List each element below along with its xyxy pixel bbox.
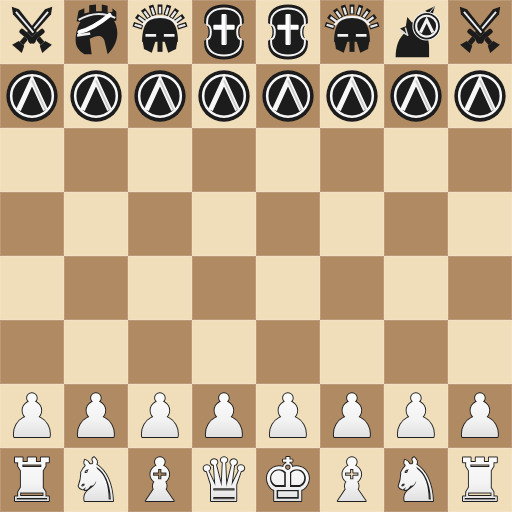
square-f3[interactable] — [320, 320, 384, 384]
svg-text:♜: ♜ — [5, 445, 59, 512]
piece-white-pawn[interactable]: ♟ — [192, 384, 256, 448]
square-d6[interactable] — [192, 128, 256, 192]
chess-board: ♟♟♟♟♟♟♟♟♜♞♝♛♚♝♞♜ — [0, 0, 512, 512]
piece-black-hoplite[interactable] — [448, 64, 512, 128]
square-a1[interactable]: ♜ — [0, 448, 64, 512]
lambda-shield-icon — [129, 65, 191, 127]
square-f2[interactable]: ♟ — [320, 384, 384, 448]
piece-black-lieutenant[interactable] — [448, 0, 512, 64]
spartan-helmet-icon — [65, 1, 127, 63]
square-f5[interactable] — [320, 192, 384, 256]
square-c7[interactable] — [128, 64, 192, 128]
piece-white-king[interactable]: ♚ — [256, 448, 320, 512]
piece-black-hoplite[interactable] — [320, 64, 384, 128]
svg-text:♟: ♟ — [197, 381, 251, 451]
lambda-shield-icon — [1, 65, 63, 127]
square-b4[interactable] — [64, 256, 128, 320]
radiant-helmet-icon — [321, 1, 383, 63]
lambda-shield-icon — [193, 65, 255, 127]
piece-black-hoplite[interactable] — [256, 64, 320, 128]
svg-text:♞: ♞ — [389, 445, 443, 512]
svg-text:♜: ♜ — [453, 445, 507, 512]
svg-text:♟: ♟ — [325, 381, 379, 451]
piece-white-pawn[interactable]: ♟ — [128, 384, 192, 448]
square-a8[interactable] — [0, 0, 64, 64]
crossed-swords-icon — [449, 1, 511, 63]
white-pawn-icon: ♟ — [321, 385, 383, 447]
piece-white-rook[interactable]: ♜ — [0, 448, 64, 512]
square-h3[interactable] — [448, 320, 512, 384]
lambda-shield-icon — [321, 65, 383, 127]
white-pawn-icon: ♟ — [65, 385, 127, 447]
square-c3[interactable] — [128, 320, 192, 384]
crossed-swords-icon — [1, 1, 63, 63]
white-pawn-icon: ♟ — [449, 385, 511, 447]
svg-text:♛: ♛ — [197, 445, 251, 512]
square-b6[interactable] — [64, 128, 128, 192]
piece-white-pawn[interactable]: ♟ — [384, 384, 448, 448]
piece-white-bishop[interactable]: ♝ — [320, 448, 384, 512]
svg-text:♟: ♟ — [133, 381, 187, 451]
white-rook-icon: ♜ — [1, 449, 63, 511]
square-b2[interactable]: ♟ — [64, 384, 128, 448]
piece-white-queen[interactable]: ♛ — [192, 448, 256, 512]
square-c8[interactable] — [128, 0, 192, 64]
square-b1[interactable]: ♞ — [64, 448, 128, 512]
square-h5[interactable] — [448, 192, 512, 256]
square-g5[interactable] — [384, 192, 448, 256]
square-d7[interactable] — [192, 64, 256, 128]
cross-shield-icon — [257, 1, 319, 63]
square-e8[interactable] — [256, 0, 320, 64]
piece-white-pawn[interactable]: ♟ — [448, 384, 512, 448]
white-pawn-icon: ♟ — [1, 385, 63, 447]
piece-black-captain[interactable] — [192, 0, 256, 64]
square-d4[interactable] — [192, 256, 256, 320]
white-pawn-icon: ♟ — [129, 385, 191, 447]
white-king-icon: ♚ — [257, 449, 319, 511]
white-rook-icon: ♜ — [449, 449, 511, 511]
square-g1[interactable]: ♞ — [384, 448, 448, 512]
square-e4[interactable] — [256, 256, 320, 320]
piece-black-hoplite[interactable] — [128, 64, 192, 128]
square-g2[interactable]: ♟ — [384, 384, 448, 448]
square-f4[interactable] — [320, 256, 384, 320]
square-h4[interactable] — [448, 256, 512, 320]
white-pawn-icon: ♟ — [385, 385, 447, 447]
square-d8[interactable] — [192, 0, 256, 64]
piece-black-lieutenant[interactable] — [0, 0, 64, 64]
square-a6[interactable] — [0, 128, 64, 192]
square-a4[interactable] — [0, 256, 64, 320]
piece-white-knight[interactable]: ♞ — [384, 448, 448, 512]
svg-text:♚: ♚ — [261, 445, 315, 512]
svg-text:♞: ♞ — [69, 445, 123, 512]
square-f6[interactable] — [320, 128, 384, 192]
svg-text:♝: ♝ — [133, 445, 187, 512]
square-h8[interactable] — [448, 0, 512, 64]
lambda-shield-icon — [449, 65, 511, 127]
square-e3[interactable] — [256, 320, 320, 384]
square-h6[interactable] — [448, 128, 512, 192]
white-pawn-icon: ♟ — [257, 385, 319, 447]
piece-white-bishop[interactable]: ♝ — [128, 448, 192, 512]
radiant-helmet-icon — [129, 1, 191, 63]
square-e7[interactable] — [256, 64, 320, 128]
piece-white-pawn[interactable]: ♟ — [256, 384, 320, 448]
square-b3[interactable] — [64, 320, 128, 384]
svg-text:♟: ♟ — [5, 381, 59, 451]
piece-black-king[interactable] — [128, 0, 192, 64]
square-c2[interactable]: ♟ — [128, 384, 192, 448]
square-g4[interactable] — [384, 256, 448, 320]
svg-text:♟: ♟ — [389, 381, 443, 451]
piece-black-warlord[interactable] — [384, 0, 448, 64]
lambda-shield-icon — [385, 65, 447, 127]
square-e5[interactable] — [256, 192, 320, 256]
square-h1[interactable]: ♜ — [448, 448, 512, 512]
square-g8[interactable] — [384, 0, 448, 64]
piece-black-general[interactable] — [64, 0, 128, 64]
square-b8[interactable] — [64, 0, 128, 64]
square-c5[interactable] — [128, 192, 192, 256]
piece-white-rook[interactable]: ♜ — [448, 448, 512, 512]
piece-black-hoplite[interactable] — [0, 64, 64, 128]
square-h2[interactable]: ♟ — [448, 384, 512, 448]
piece-black-hoplite[interactable] — [192, 64, 256, 128]
piece-black-king[interactable] — [320, 0, 384, 64]
square-e2[interactable]: ♟ — [256, 384, 320, 448]
square-d3[interactable] — [192, 320, 256, 384]
white-knight-icon: ♞ — [385, 449, 447, 511]
lambda-shield-icon — [257, 65, 319, 127]
square-e6[interactable] — [256, 128, 320, 192]
square-h7[interactable] — [448, 64, 512, 128]
piece-black-hoplite[interactable] — [64, 64, 128, 128]
square-b5[interactable] — [64, 192, 128, 256]
white-pawn-icon: ♟ — [193, 385, 255, 447]
square-d5[interactable] — [192, 192, 256, 256]
piece-black-captain[interactable] — [256, 0, 320, 64]
svg-text:♟: ♟ — [453, 381, 507, 451]
square-g3[interactable] — [384, 320, 448, 384]
white-bishop-icon: ♝ — [321, 449, 383, 511]
square-a3[interactable] — [0, 320, 64, 384]
square-a5[interactable] — [0, 192, 64, 256]
square-a2[interactable]: ♟ — [0, 384, 64, 448]
spartan-chess-app: ♟♟♟♟♟♟♟♟♜♞♝♛♚♝♞♜ — [0, 0, 512, 512]
square-f1[interactable]: ♝ — [320, 448, 384, 512]
svg-text:♝: ♝ — [325, 445, 379, 512]
square-g6[interactable] — [384, 128, 448, 192]
lambda-shield-icon — [65, 65, 127, 127]
square-c6[interactable] — [128, 128, 192, 192]
white-queen-icon: ♛ — [193, 449, 255, 511]
square-f7[interactable] — [320, 64, 384, 128]
piece-black-hoplite[interactable] — [384, 64, 448, 128]
piece-white-knight[interactable]: ♞ — [64, 448, 128, 512]
piece-white-pawn[interactable]: ♟ — [64, 384, 128, 448]
square-g7[interactable] — [384, 64, 448, 128]
square-d2[interactable]: ♟ — [192, 384, 256, 448]
piece-white-pawn[interactable]: ♟ — [0, 384, 64, 448]
square-e1[interactable]: ♚ — [256, 448, 320, 512]
square-f8[interactable] — [320, 0, 384, 64]
square-d1[interactable]: ♛ — [192, 448, 256, 512]
svg-text:♟: ♟ — [69, 381, 123, 451]
white-bishop-icon: ♝ — [129, 449, 191, 511]
square-b7[interactable] — [64, 64, 128, 128]
square-c4[interactable] — [128, 256, 192, 320]
square-c1[interactable]: ♝ — [128, 448, 192, 512]
white-knight-icon: ♞ — [65, 449, 127, 511]
cross-shield-icon — [193, 1, 255, 63]
svg-text:♟: ♟ — [261, 381, 315, 451]
horse-spear-shield-icon — [385, 1, 447, 63]
square-a7[interactable] — [0, 64, 64, 128]
piece-white-pawn[interactable]: ♟ — [320, 384, 384, 448]
